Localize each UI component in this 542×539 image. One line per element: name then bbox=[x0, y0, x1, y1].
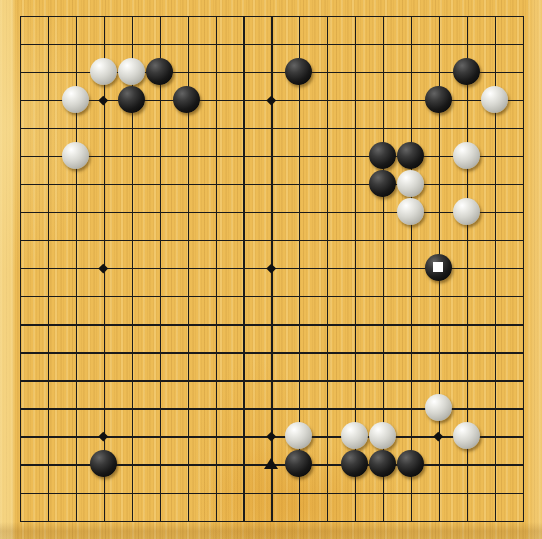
star-point bbox=[266, 95, 275, 104]
white-stone bbox=[62, 86, 89, 113]
black-stone bbox=[369, 142, 396, 169]
star-point bbox=[266, 264, 275, 273]
triangle-annotation bbox=[264, 458, 278, 469]
black-stone bbox=[90, 450, 117, 477]
last-move-square-marker bbox=[433, 262, 443, 272]
star-point bbox=[99, 95, 108, 104]
star-point bbox=[434, 432, 443, 441]
white-stone bbox=[425, 394, 452, 421]
black-stone bbox=[341, 450, 368, 477]
black-stone bbox=[397, 450, 424, 477]
black-stone bbox=[146, 58, 173, 85]
board-grid[interactable] bbox=[6, 2, 537, 534]
star-point bbox=[266, 432, 275, 441]
black-stone bbox=[369, 450, 396, 477]
white-stone bbox=[118, 58, 145, 85]
black-stone bbox=[285, 58, 312, 85]
white-stone bbox=[62, 142, 89, 169]
white-stone bbox=[453, 198, 480, 225]
white-stone bbox=[90, 58, 117, 85]
black-stone bbox=[369, 170, 396, 197]
black-stone bbox=[453, 58, 480, 85]
star-point bbox=[99, 432, 108, 441]
white-stone bbox=[481, 86, 508, 113]
black-stone bbox=[173, 86, 200, 113]
black-stone bbox=[425, 254, 452, 281]
white-stone bbox=[453, 422, 480, 449]
go-board bbox=[0, 0, 542, 539]
black-stone bbox=[397, 142, 424, 169]
black-stone bbox=[118, 86, 145, 113]
white-stone bbox=[341, 422, 368, 449]
black-stone bbox=[425, 86, 452, 113]
white-stone bbox=[453, 142, 480, 169]
white-stone bbox=[285, 422, 312, 449]
white-stone bbox=[397, 198, 424, 225]
white-stone bbox=[397, 170, 424, 197]
star-point bbox=[99, 264, 108, 273]
black-stone bbox=[285, 450, 312, 477]
white-stone bbox=[369, 422, 396, 449]
